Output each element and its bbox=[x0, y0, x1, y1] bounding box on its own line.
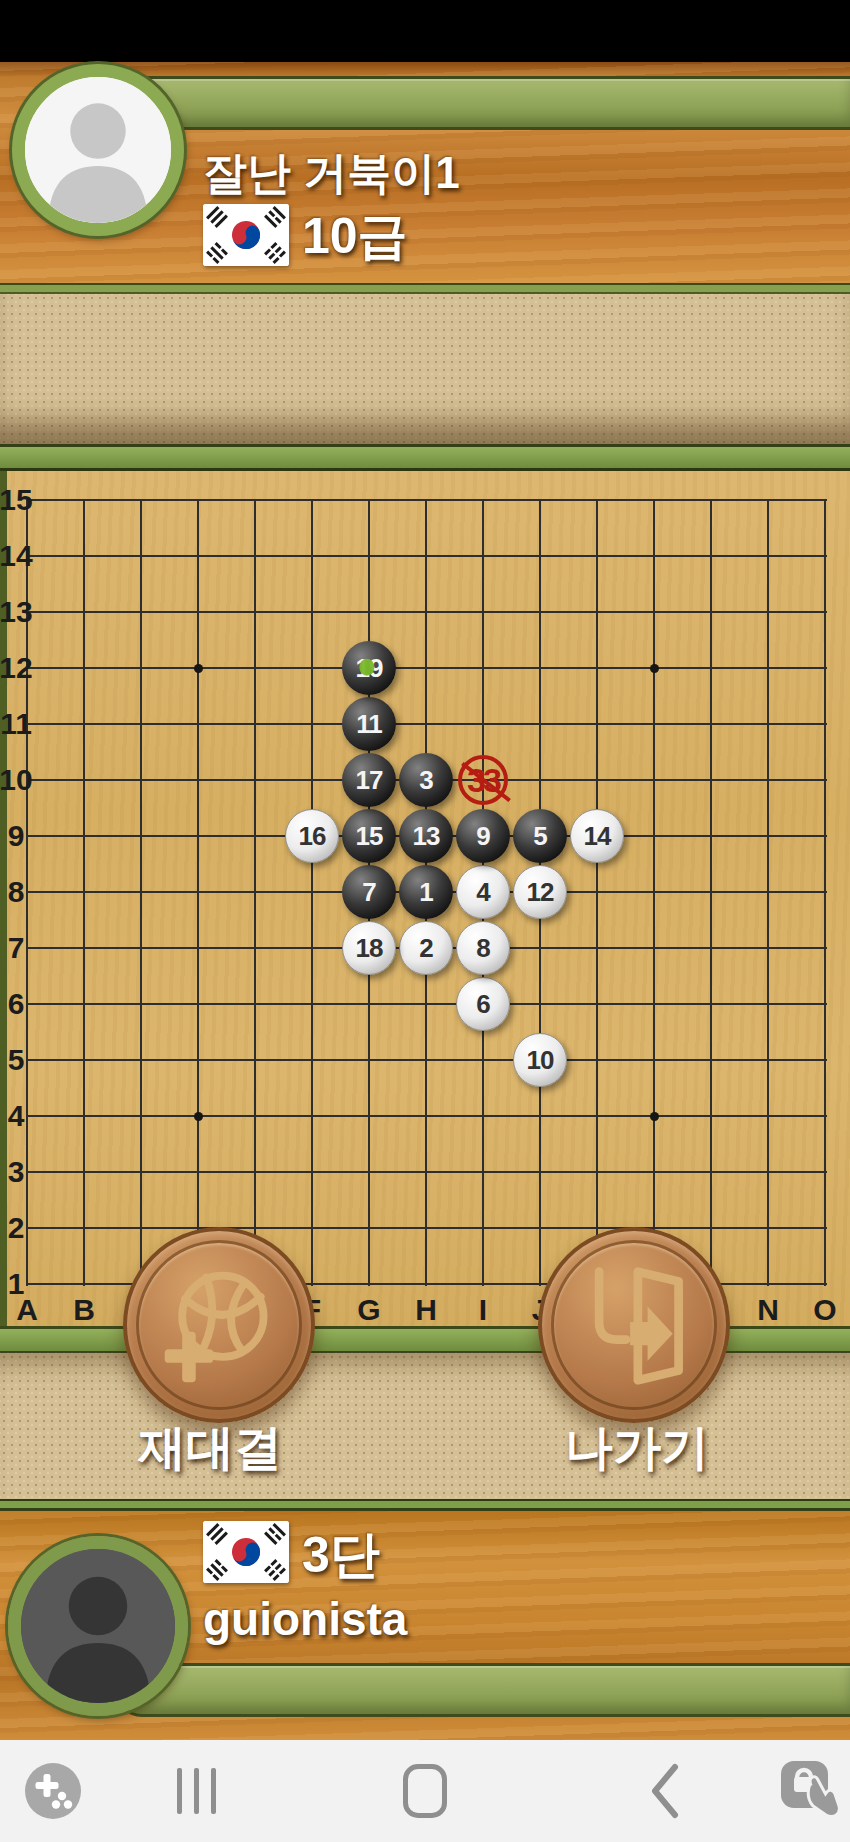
app-screen: 잘난 거북이1 10급 151413121110987654321ABCDEFG… bbox=[0, 0, 850, 1842]
rematch-button[interactable] bbox=[123, 1227, 315, 1423]
stone-black-19: 19 bbox=[342, 641, 396, 695]
texture-band bbox=[0, 294, 850, 444]
rematch-globe-icon bbox=[160, 1262, 278, 1388]
bottom-player-avatar bbox=[8, 1536, 188, 1716]
move-number: 13 bbox=[413, 821, 440, 852]
android-nav-bar bbox=[0, 1740, 850, 1842]
grid-line bbox=[596, 500, 598, 1286]
stone-black-7: 7 bbox=[342, 865, 396, 919]
col-label: N bbox=[748, 1293, 788, 1327]
move-number: 2 bbox=[419, 933, 432, 964]
row-label: 9 bbox=[0, 821, 33, 851]
exit-door-icon bbox=[575, 1262, 693, 1388]
bottom-player-rank: 3단 bbox=[302, 1522, 380, 1589]
row-label: 13 bbox=[0, 597, 33, 627]
grid-line bbox=[27, 667, 827, 669]
star-point bbox=[194, 664, 203, 673]
top-player-name: 잘난 거북이1 bbox=[203, 144, 460, 203]
move-number: 7 bbox=[362, 877, 375, 908]
grid-line bbox=[824, 500, 826, 1286]
col-label: O bbox=[805, 1293, 845, 1327]
stone-black-13: 13 bbox=[399, 809, 453, 863]
grid-line bbox=[27, 1115, 827, 1117]
stone-white-4: 4 bbox=[456, 865, 510, 919]
grid-line bbox=[27, 1227, 827, 1229]
row-label: 4 bbox=[0, 1101, 33, 1131]
grid-line bbox=[653, 500, 655, 1286]
game-tools-icon[interactable] bbox=[22, 1740, 84, 1842]
home-icon[interactable] bbox=[400, 1740, 450, 1842]
move-number: 6 bbox=[476, 989, 489, 1020]
row-label: 5 bbox=[0, 1045, 33, 1075]
col-label: H bbox=[406, 1293, 446, 1327]
korea-flag-icon bbox=[203, 204, 289, 266]
goban[interactable]: 151413121110987654321ABCDEFGHIJKLMNO1234… bbox=[0, 471, 850, 1326]
stone-black-17: 17 bbox=[342, 753, 396, 807]
forbidden-33-marker: 33 bbox=[458, 755, 508, 805]
grid-line bbox=[27, 1171, 827, 1173]
row-label: 15 bbox=[0, 485, 33, 515]
stone-white-16: 16 bbox=[285, 809, 339, 863]
star-point bbox=[650, 664, 659, 673]
move-number: 18 bbox=[356, 933, 383, 964]
status-bar bbox=[0, 0, 850, 62]
stone-white-18: 18 bbox=[342, 921, 396, 975]
stone-black-3: 3 bbox=[399, 753, 453, 807]
move-number: 8 bbox=[476, 933, 489, 964]
grid-line bbox=[197, 500, 199, 1286]
row-label: 12 bbox=[0, 653, 33, 683]
move-number: 5 bbox=[533, 821, 546, 852]
stone-white-10: 10 bbox=[513, 1033, 567, 1087]
star-point bbox=[194, 1112, 203, 1121]
grid-line bbox=[27, 723, 827, 725]
star-point bbox=[650, 1112, 659, 1121]
divider-strip bbox=[0, 283, 850, 294]
move-number: 3 bbox=[419, 765, 432, 796]
move-number: 11 bbox=[356, 709, 382, 740]
row-label: 6 bbox=[0, 989, 33, 1019]
stone-white-12: 12 bbox=[513, 865, 567, 919]
back-icon[interactable] bbox=[640, 1740, 690, 1842]
stone-white-2: 2 bbox=[399, 921, 453, 975]
top-player-bar bbox=[85, 76, 850, 130]
divider-strip bbox=[0, 444, 850, 471]
grid-line bbox=[140, 500, 142, 1286]
top-player-rank: 10급 bbox=[302, 203, 408, 270]
person-icon bbox=[21, 1549, 175, 1703]
grid-line bbox=[710, 500, 712, 1286]
stone-black-11: 11 bbox=[342, 697, 396, 751]
row-label: 14 bbox=[0, 541, 33, 571]
grid-line bbox=[767, 500, 769, 1286]
move-number: 12 bbox=[527, 877, 554, 908]
row-label: 10 bbox=[0, 765, 33, 795]
move-number: 14 bbox=[584, 821, 611, 852]
stone-black-9: 9 bbox=[456, 809, 510, 863]
col-label: B bbox=[64, 1293, 104, 1327]
grid-line bbox=[27, 611, 827, 613]
stone-black-5: 5 bbox=[513, 809, 567, 863]
row-label: 11 bbox=[0, 709, 33, 739]
move-number: 17 bbox=[356, 765, 383, 796]
row-label: 3 bbox=[0, 1157, 33, 1187]
rematch-label[interactable]: 재대결 bbox=[60, 1416, 360, 1480]
touch-lock-icon[interactable] bbox=[776, 1740, 842, 1842]
move-number: 9 bbox=[476, 821, 489, 852]
col-label: A bbox=[7, 1293, 47, 1327]
row-label: 2 bbox=[0, 1213, 33, 1243]
person-icon bbox=[25, 77, 171, 223]
korea-flag-icon bbox=[203, 1521, 289, 1583]
stone-black-1: 1 bbox=[399, 865, 453, 919]
move-number: 16 bbox=[299, 821, 326, 852]
top-player-avatar bbox=[12, 64, 184, 236]
stone-black-15: 15 bbox=[342, 809, 396, 863]
row-label: 8 bbox=[0, 877, 33, 907]
stone-white-14: 14 bbox=[570, 809, 624, 863]
grid-line bbox=[311, 500, 313, 1286]
move-number: 1 bbox=[419, 877, 432, 908]
grid-line bbox=[27, 1059, 827, 1061]
stone-white-8: 8 bbox=[456, 921, 510, 975]
row-label: 7 bbox=[0, 933, 33, 963]
col-label: G bbox=[349, 1293, 389, 1327]
bottom-player-name: guionista bbox=[203, 1592, 407, 1646]
move-number: 4 bbox=[476, 877, 489, 908]
exit-button[interactable] bbox=[538, 1227, 730, 1423]
divider-strip bbox=[0, 1499, 850, 1511]
last-move-marker bbox=[359, 659, 374, 676]
move-number: 10 bbox=[527, 1045, 554, 1076]
move-number: 15 bbox=[356, 821, 383, 852]
stone-white-6: 6 bbox=[456, 977, 510, 1031]
grid-line bbox=[83, 500, 85, 1286]
grid-line bbox=[27, 499, 827, 501]
recents-icon[interactable] bbox=[168, 1740, 224, 1842]
grid-line bbox=[27, 1003, 827, 1005]
grid-line bbox=[27, 555, 827, 557]
bottom-player-bar bbox=[115, 1663, 850, 1717]
exit-label[interactable]: 나가기 bbox=[487, 1416, 787, 1480]
col-label: I bbox=[463, 1293, 503, 1327]
grid-line bbox=[254, 500, 256, 1286]
